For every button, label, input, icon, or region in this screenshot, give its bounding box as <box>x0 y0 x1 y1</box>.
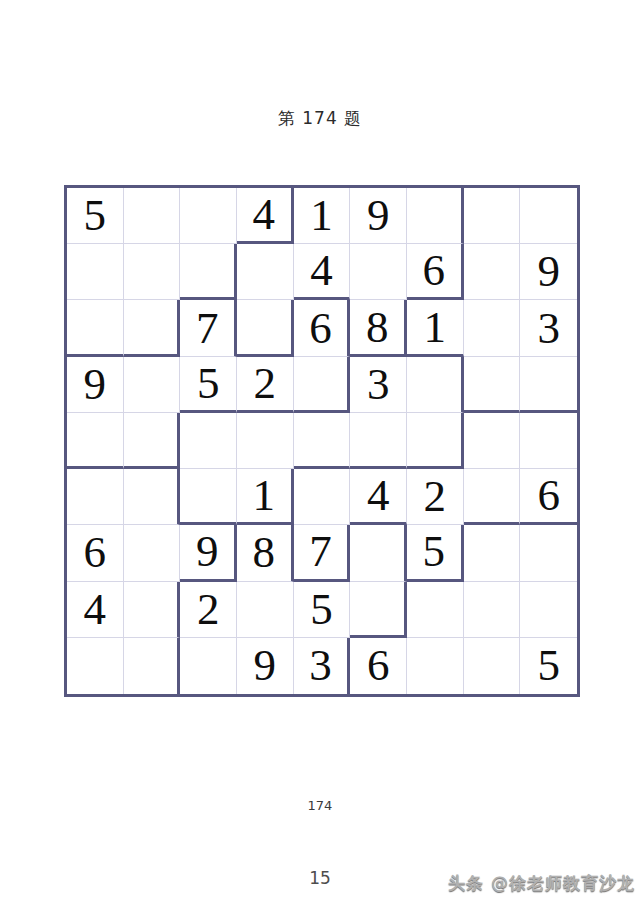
cell-r7c1: 6 <box>67 525 124 581</box>
cell-r8c7 <box>407 582 464 638</box>
cell-r6c2 <box>124 469 181 525</box>
cell-r2c2 <box>124 244 181 300</box>
cell-r1c1: 5 <box>67 188 124 244</box>
cell-r2c3 <box>180 244 237 300</box>
cell-r9c6: 6 <box>350 638 407 694</box>
cell-r4c8 <box>464 357 521 413</box>
cell-r3c6: 8 <box>350 300 407 356</box>
cell-r1c2 <box>124 188 181 244</box>
cell-r2c7: 6 <box>407 244 464 300</box>
cell-r5c7 <box>407 413 464 469</box>
cell-r5c2 <box>124 413 181 469</box>
cell-r3c7: 1 <box>407 300 464 356</box>
cell-r1c6: 9 <box>350 188 407 244</box>
cell-r1c7 <box>407 188 464 244</box>
cell-r8c3: 2 <box>180 582 237 638</box>
cell-r6c1 <box>67 469 124 525</box>
cell-r1c4: 4 <box>237 188 294 244</box>
cell-r2c1 <box>67 244 124 300</box>
cell-r6c5 <box>294 469 351 525</box>
cell-r2c5: 4 <box>294 244 351 300</box>
cell-r7c6 <box>350 525 407 581</box>
cell-r8c9 <box>520 582 577 638</box>
cell-r9c3 <box>180 638 237 694</box>
cell-r7c5: 7 <box>294 525 351 581</box>
cell-r3c1 <box>67 300 124 356</box>
cell-r7c2 <box>124 525 181 581</box>
cell-r5c8 <box>464 413 521 469</box>
cell-r4c5 <box>294 357 351 413</box>
cell-r6c7: 2 <box>407 469 464 525</box>
cell-r7c3: 9 <box>180 525 237 581</box>
cell-r6c9: 6 <box>520 469 577 525</box>
cell-r4c2 <box>124 357 181 413</box>
cell-r4c1: 9 <box>67 357 124 413</box>
cell-r8c5: 5 <box>294 582 351 638</box>
puzzle-title: 第 174 题 <box>0 107 640 130</box>
puzzle-number-label: 174 <box>0 798 640 813</box>
sudoku-board: 54194697681395231426698754259365 <box>64 185 580 697</box>
cell-r6c8 <box>464 469 521 525</box>
cell-r5c3 <box>180 413 237 469</box>
cell-r8c2 <box>124 582 181 638</box>
cell-r3c2 <box>124 300 181 356</box>
cell-r9c7 <box>407 638 464 694</box>
cell-r1c5: 1 <box>294 188 351 244</box>
cell-r2c4 <box>237 244 294 300</box>
cell-r6c6: 4 <box>350 469 407 525</box>
cell-r8c6 <box>350 582 407 638</box>
cell-r5c1 <box>67 413 124 469</box>
cell-r5c9 <box>520 413 577 469</box>
cell-r2c6 <box>350 244 407 300</box>
cell-r8c8 <box>464 582 521 638</box>
cell-r5c5 <box>294 413 351 469</box>
cell-r2c8 <box>464 244 521 300</box>
cell-r2c9: 9 <box>520 244 577 300</box>
cell-r5c6 <box>350 413 407 469</box>
cell-r9c5: 3 <box>294 638 351 694</box>
cell-r9c8 <box>464 638 521 694</box>
watermark: 头条 @徐老师教育沙龙 <box>448 872 635 895</box>
cell-r4c9 <box>520 357 577 413</box>
cell-r7c8 <box>464 525 521 581</box>
cell-r3c8 <box>464 300 521 356</box>
cell-r9c1 <box>67 638 124 694</box>
cell-r3c9: 3 <box>520 300 577 356</box>
cell-r1c8 <box>464 188 521 244</box>
cell-r1c9 <box>520 188 577 244</box>
cell-r4c3: 5 <box>180 357 237 413</box>
cell-r9c2 <box>124 638 181 694</box>
cell-r4c4: 2 <box>237 357 294 413</box>
cell-r9c9: 5 <box>520 638 577 694</box>
cell-r8c1: 4 <box>67 582 124 638</box>
cell-r3c3: 7 <box>180 300 237 356</box>
cell-r5c4 <box>237 413 294 469</box>
cell-r7c7: 5 <box>407 525 464 581</box>
cell-r4c7 <box>407 357 464 413</box>
cell-r8c4 <box>237 582 294 638</box>
cell-r3c5: 6 <box>294 300 351 356</box>
cell-r4c6: 3 <box>350 357 407 413</box>
cell-r6c4: 1 <box>237 469 294 525</box>
cell-r7c9 <box>520 525 577 581</box>
cell-r9c4: 9 <box>237 638 294 694</box>
cell-r3c4 <box>237 300 294 356</box>
cell-r6c3 <box>180 469 237 525</box>
cell-r1c3 <box>180 188 237 244</box>
cell-r7c4: 8 <box>237 525 294 581</box>
